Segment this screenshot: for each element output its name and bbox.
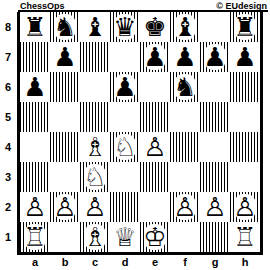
rank-label-6: 6 (2, 72, 14, 102)
square-a7[interactable] (20, 42, 50, 72)
black-rook-piece[interactable]: ♜ (20, 12, 50, 42)
square-d7[interactable] (110, 42, 140, 72)
square-b4[interactable] (50, 132, 80, 162)
file-label-a: a (20, 256, 50, 268)
square-g7[interactable]: ♟ (200, 42, 230, 72)
square-f7[interactable]: ♟ (170, 42, 200, 72)
square-e6[interactable] (140, 72, 170, 102)
square-h4[interactable] (230, 132, 260, 162)
square-h2[interactable]: ♙ (230, 192, 260, 222)
square-c7[interactable] (80, 42, 110, 72)
square-e5[interactable] (140, 102, 170, 132)
square-a2[interactable]: ♙ (20, 192, 50, 222)
square-g2[interactable]: ♙ (200, 192, 230, 222)
square-f8[interactable]: ♝ (170, 12, 200, 42)
square-e1[interactable]: ♔ (140, 222, 170, 252)
square-e7[interactable]: ♟ (140, 42, 170, 72)
square-a3[interactable] (20, 162, 50, 192)
white-queen-piece[interactable]: ♕ (110, 222, 140, 252)
square-d1[interactable]: ♕ (110, 222, 140, 252)
white-knight-piece[interactable]: ♘ (110, 132, 140, 162)
rank-label-5: 5 (2, 102, 14, 132)
black-pawn-piece[interactable]: ♟ (170, 42, 200, 72)
square-b5[interactable] (50, 102, 80, 132)
square-b7[interactable]: ♟ (50, 42, 80, 72)
white-pawn-piece[interactable]: ♙ (230, 192, 260, 222)
file-label-f: f (170, 256, 200, 268)
square-c2[interactable]: ♙ (80, 192, 110, 222)
square-g5[interactable] (200, 102, 230, 132)
square-b2[interactable]: ♙ (50, 192, 80, 222)
white-knight-piece[interactable]: ♘ (80, 162, 110, 192)
black-rook-piece[interactable]: ♜ (230, 12, 260, 42)
black-bishop-piece[interactable]: ♝ (80, 12, 110, 42)
black-pawn-piece[interactable]: ♟ (140, 42, 170, 72)
rank-label-7: 7 (2, 42, 14, 72)
square-b8[interactable]: ♞ (50, 12, 80, 42)
square-d5[interactable] (110, 102, 140, 132)
square-d3[interactable] (110, 162, 140, 192)
square-c3[interactable]: ♘ (80, 162, 110, 192)
rank-label-3: 3 (2, 162, 14, 192)
square-e3[interactable] (140, 162, 170, 192)
square-h7[interactable]: ♟ (230, 42, 260, 72)
rank-label-4: 4 (2, 132, 14, 162)
file-label-h: h (230, 256, 260, 268)
square-c4[interactable]: ♗ (80, 132, 110, 162)
white-pawn-piece[interactable]: ♙ (20, 192, 50, 222)
square-d8[interactable]: ♛ (110, 12, 140, 42)
square-e2[interactable] (140, 192, 170, 222)
chessops-window: ChessOps © EUdesign ♜♞♝♛♚♝♜♟♟♟♟♟♟♟♞♗♘♙♘♙… (0, 0, 270, 270)
black-pawn-piece[interactable]: ♟ (50, 42, 80, 72)
square-e4[interactable]: ♙ (140, 132, 170, 162)
square-a5[interactable] (20, 102, 50, 132)
white-rook-piece[interactable]: ♖ (20, 222, 50, 252)
file-label-b: b (50, 256, 80, 268)
square-h3[interactable] (230, 162, 260, 192)
white-pawn-piece[interactable]: ♙ (50, 192, 80, 222)
square-h5[interactable] (230, 102, 260, 132)
square-b6[interactable] (50, 72, 80, 102)
square-g6[interactable] (200, 72, 230, 102)
white-pawn-piece[interactable]: ♙ (200, 192, 230, 222)
square-a6[interactable]: ♟ (20, 72, 50, 102)
file-label-e: e (140, 256, 170, 268)
square-g4[interactable] (200, 132, 230, 162)
white-bishop-piece[interactable]: ♗ (80, 132, 110, 162)
square-f5[interactable] (170, 102, 200, 132)
square-h8[interactable]: ♜ (230, 12, 260, 42)
black-pawn-piece[interactable]: ♟ (110, 72, 140, 102)
black-pawn-piece[interactable]: ♟ (20, 72, 50, 102)
square-b1[interactable] (50, 222, 80, 252)
white-king-piece[interactable]: ♔ (140, 222, 170, 252)
black-knight-piece[interactable]: ♞ (170, 72, 200, 102)
black-bishop-piece[interactable]: ♝ (170, 12, 200, 42)
square-f2[interactable]: ♙ (170, 192, 200, 222)
black-king-piece[interactable]: ♚ (140, 12, 170, 42)
black-knight-piece[interactable]: ♞ (50, 12, 80, 42)
rank-label-8: 8 (2, 12, 14, 42)
square-c1[interactable]: ♗ (80, 222, 110, 252)
square-b3[interactable] (50, 162, 80, 192)
black-pawn-piece[interactable]: ♟ (230, 42, 260, 72)
square-h6[interactable] (230, 72, 260, 102)
square-g8[interactable] (200, 12, 230, 42)
square-c6[interactable] (80, 72, 110, 102)
white-rook-piece[interactable]: ♖ (230, 222, 260, 252)
black-queen-piece[interactable]: ♛ (110, 12, 140, 42)
file-label-g: g (200, 256, 230, 268)
white-pawn-piece[interactable]: ♙ (80, 192, 110, 222)
square-g3[interactable] (200, 162, 230, 192)
square-a8[interactable]: ♜ (20, 12, 50, 42)
square-f4[interactable] (170, 132, 200, 162)
white-bishop-piece[interactable]: ♗ (80, 222, 110, 252)
file-label-c: c (80, 256, 110, 268)
white-pawn-piece[interactable]: ♙ (170, 192, 200, 222)
square-a1[interactable]: ♖ (20, 222, 50, 252)
square-e8[interactable]: ♚ (140, 12, 170, 42)
rank-label-1: 1 (2, 222, 14, 252)
chess-board: ♜♞♝♛♚♝♜♟♟♟♟♟♟♟♞♗♘♙♘♙♙♙♙♙♙♖♗♕♔♖ (17, 12, 263, 255)
square-d6[interactable]: ♟ (110, 72, 140, 102)
square-c8[interactable]: ♝ (80, 12, 110, 42)
square-f1[interactable] (170, 222, 200, 252)
square-a4[interactable] (20, 132, 50, 162)
black-pawn-piece[interactable]: ♟ (200, 42, 230, 72)
rank-label-2: 2 (2, 192, 14, 222)
square-h1[interactable]: ♖ (230, 222, 260, 252)
square-f3[interactable] (170, 162, 200, 192)
square-c5[interactable] (80, 102, 110, 132)
white-pawn-piece[interactable]: ♙ (140, 132, 170, 162)
square-d2[interactable] (110, 192, 140, 222)
square-g1[interactable] (200, 222, 230, 252)
square-d4[interactable]: ♘ (110, 132, 140, 162)
file-label-d: d (110, 256, 140, 268)
square-f6[interactable]: ♞ (170, 72, 200, 102)
